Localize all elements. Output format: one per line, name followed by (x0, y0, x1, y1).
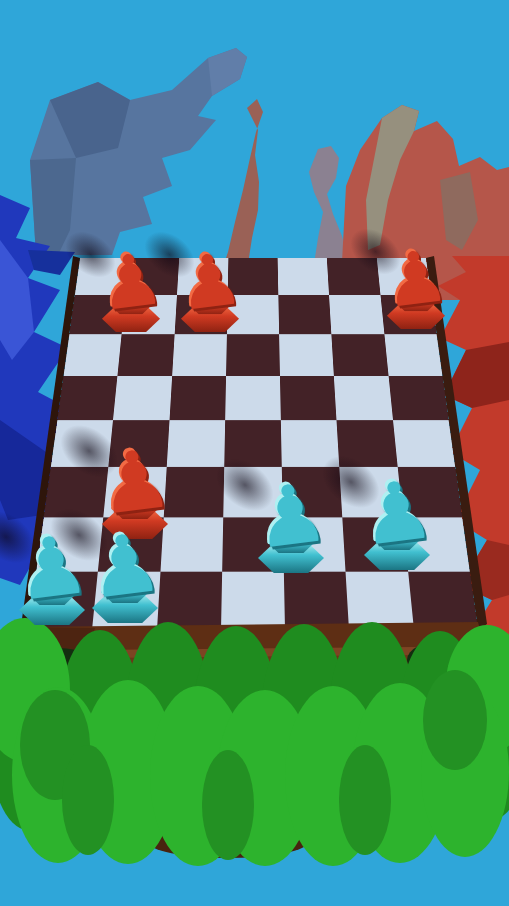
cyan-pawn-3[interactable]: ♟ (4, 521, 100, 625)
red-pawn-2[interactable]: ♟ (162, 228, 258, 332)
square-r1c4[interactable] (278, 295, 331, 334)
square-r2c5[interactable] (332, 334, 389, 376)
cyan-pawn-glyph: ♟ (344, 466, 449, 559)
square-r3c2[interactable] (169, 376, 226, 420)
square-r2c4[interactable] (279, 334, 334, 376)
blue-crystal-far (30, 48, 247, 255)
square-r3c6[interactable] (388, 376, 448, 420)
square-r3c5[interactable] (334, 376, 393, 420)
red-pawn-glyph: ♟ (164, 241, 257, 323)
trees-shading (20, 670, 487, 860)
cyan-pawn-2[interactable]: ♟ (349, 466, 445, 570)
cyan-pawn-glyph: ♟ (238, 469, 343, 562)
game-scene: { "game": "3D pawn battle (checkers-styl… (0, 0, 509, 906)
red-pawn-3[interactable]: ♟ (368, 225, 464, 329)
square-r2c2[interactable] (172, 334, 227, 376)
square-r2c1[interactable] (118, 334, 175, 376)
square-r0c4[interactable] (278, 258, 330, 295)
undergrowth (148, 826, 308, 858)
square-r7c6[interactable] (408, 572, 478, 630)
trees-back (0, 622, 509, 830)
platform-face-2 (94, 647, 416, 711)
square-r7c4[interactable] (284, 572, 349, 630)
square-r2c3[interactable] (226, 334, 280, 376)
cyan-pawn-1[interactable]: ♟ (243, 469, 339, 573)
square-r7c5[interactable] (346, 572, 414, 630)
square-r3c3[interactable] (225, 376, 281, 420)
cyan-pawn-glyph: ♟ (0, 521, 105, 614)
square-r4c6[interactable] (393, 420, 455, 467)
square-r3c4[interactable] (280, 376, 337, 420)
red-pawn-glyph: ♟ (370, 238, 463, 320)
square-r2c0[interactable] (64, 334, 122, 376)
trees-front (0, 618, 509, 866)
square-r7c3[interactable] (221, 572, 285, 630)
square-r3c1[interactable] (113, 376, 172, 420)
trees-shaded (110, 685, 402, 800)
square-r2c6[interactable] (384, 334, 442, 376)
